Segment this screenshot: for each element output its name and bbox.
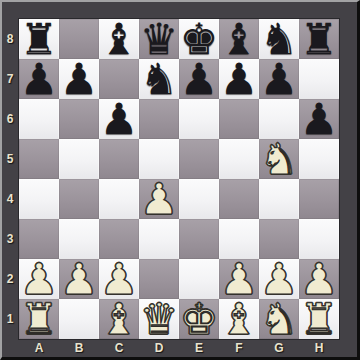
file-label-c: C [99,339,139,356]
square-d1[interactable]: ♛ [139,299,179,339]
square-a4[interactable] [19,179,59,219]
square-f7[interactable]: ♟ [219,59,259,99]
rank-label-6: 6 [2,99,18,139]
piece-white-queen: ♛ [140,299,179,339]
square-h1[interactable]: ♜ [299,299,339,339]
square-d6[interactable] [139,99,179,139]
square-b3[interactable] [59,219,99,259]
file-label-a: A [19,339,59,356]
square-a8[interactable]: ♜ [19,19,59,59]
square-f8[interactable]: ♝ [219,19,259,59]
piece-white-pawn: ♟ [260,259,299,299]
square-c4[interactable] [99,179,139,219]
piece-black-pawn: ♟ [60,59,99,99]
square-f5[interactable] [219,139,259,179]
rank-label-1: 1 [2,299,18,339]
piece-white-bishop: ♝ [220,299,259,339]
square-d7[interactable]: ♞ [139,59,179,99]
rank-label-3: 3 [2,219,18,259]
square-e3[interactable] [179,219,219,259]
square-d8[interactable]: ♛ [139,19,179,59]
piece-black-pawn: ♟ [260,59,299,99]
square-b1[interactable] [59,299,99,339]
rank-label-5: 5 [2,139,18,179]
piece-black-king: ♚ [180,19,219,59]
square-g5[interactable]: ♞ [259,139,299,179]
square-d2[interactable] [139,259,179,299]
rank-label-4: 4 [2,179,18,219]
square-c2[interactable]: ♟ [99,259,139,299]
square-e1[interactable]: ♚ [179,299,219,339]
square-h2[interactable]: ♟ [299,259,339,299]
file-label-e: E [179,339,219,356]
file-label-h: H [299,339,339,356]
piece-black-pawn: ♟ [220,59,259,99]
square-f4[interactable] [219,179,259,219]
square-h3[interactable] [299,219,339,259]
rank-label-7: 7 [2,59,18,99]
square-g4[interactable] [259,179,299,219]
square-a3[interactable] [19,219,59,259]
piece-white-pawn: ♟ [140,179,179,219]
square-b4[interactable] [59,179,99,219]
square-c5[interactable] [99,139,139,179]
square-h8[interactable]: ♜ [299,19,339,59]
square-h6[interactable]: ♟ [299,99,339,139]
square-e7[interactable]: ♟ [179,59,219,99]
square-h4[interactable] [299,179,339,219]
square-c1[interactable]: ♝ [99,299,139,339]
piece-black-rook: ♜ [300,19,339,59]
square-a5[interactable] [19,139,59,179]
square-g2[interactable]: ♟ [259,259,299,299]
square-a1[interactable]: ♜ [19,299,59,339]
square-c8[interactable]: ♝ [99,19,139,59]
square-f3[interactable] [219,219,259,259]
chess-board-frame: ♜♝♛♚♝♞♜♟♟♞♟♟♟♟♟♞♟♟♟♟♟♟♟♜♝♛♚♝♞♜ 87654321 … [0,0,360,360]
piece-white-knight: ♞ [260,299,299,339]
file-label-b: B [59,339,99,356]
piece-black-rook: ♜ [20,19,59,59]
square-g6[interactable] [259,99,299,139]
square-b6[interactable] [59,99,99,139]
square-f2[interactable]: ♟ [219,259,259,299]
piece-white-knight: ♞ [260,139,299,179]
square-h7[interactable] [299,59,339,99]
piece-white-rook: ♜ [20,299,59,339]
square-f6[interactable] [219,99,259,139]
file-label-g: G [259,339,299,356]
square-e6[interactable] [179,99,219,139]
piece-white-bishop: ♝ [100,299,139,339]
chess-board: ♜♝♛♚♝♞♜♟♟♞♟♟♟♟♟♞♟♟♟♟♟♟♟♜♝♛♚♝♞♜ [19,19,339,339]
square-c7[interactable] [99,59,139,99]
piece-black-queen: ♛ [140,19,179,59]
square-d4[interactable]: ♟ [139,179,179,219]
rank-label-8: 8 [2,19,18,59]
piece-white-pawn: ♟ [20,259,59,299]
piece-black-pawn: ♟ [100,99,139,139]
square-b7[interactable]: ♟ [59,59,99,99]
square-e5[interactable] [179,139,219,179]
square-h5[interactable] [299,139,339,179]
piece-black-pawn: ♟ [180,59,219,99]
square-g1[interactable]: ♞ [259,299,299,339]
square-g7[interactable]: ♟ [259,59,299,99]
piece-white-king: ♚ [180,299,219,339]
piece-black-bishop: ♝ [220,19,259,59]
square-d5[interactable] [139,139,179,179]
square-b5[interactable] [59,139,99,179]
piece-white-pawn: ♟ [300,259,339,299]
square-e4[interactable] [179,179,219,219]
square-b8[interactable] [59,19,99,59]
square-a7[interactable]: ♟ [19,59,59,99]
piece-black-bishop: ♝ [100,19,139,59]
file-label-f: F [219,339,259,356]
square-c6[interactable]: ♟ [99,99,139,139]
piece-black-pawn: ♟ [20,59,59,99]
square-a2[interactable]: ♟ [19,259,59,299]
file-label-d: D [139,339,179,356]
square-f1[interactable]: ♝ [219,299,259,339]
rank-label-2: 2 [2,259,18,299]
piece-white-pawn: ♟ [100,259,139,299]
piece-white-pawn: ♟ [60,259,99,299]
square-e2[interactable] [179,259,219,299]
square-b2[interactable]: ♟ [59,259,99,299]
piece-white-pawn: ♟ [220,259,259,299]
square-g8[interactable]: ♞ [259,19,299,59]
piece-black-knight: ♞ [140,59,179,99]
piece-black-knight: ♞ [260,19,299,59]
square-a6[interactable] [19,99,59,139]
square-e8[interactable]: ♚ [179,19,219,59]
square-g3[interactable] [259,219,299,259]
square-d3[interactable] [139,219,179,259]
square-c3[interactable] [99,219,139,259]
piece-white-rook: ♜ [300,299,339,339]
piece-black-pawn: ♟ [300,99,339,139]
